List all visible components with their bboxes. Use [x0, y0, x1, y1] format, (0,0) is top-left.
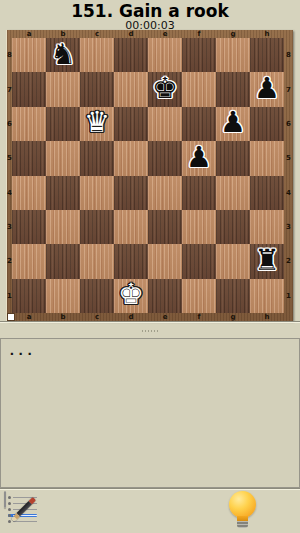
square-g4[interactable]: [216, 176, 250, 210]
page-title: 151. Gain a rook: [0, 1, 300, 21]
square-c1[interactable]: [80, 279, 114, 313]
square-a2[interactable]: [12, 244, 46, 278]
square-c6[interactable]: ♛: [80, 107, 114, 141]
square-b1[interactable]: [46, 279, 80, 313]
piece-black-pawn[interactable]: ♟: [254, 74, 280, 103]
square-d8[interactable]: [114, 38, 148, 72]
square-d2[interactable]: [114, 244, 148, 278]
rank-label-2: 2: [286, 244, 291, 278]
square-h8[interactable]: [250, 38, 284, 72]
rank-label-7: 7: [286, 72, 291, 106]
square-h5[interactable]: [250, 141, 284, 175]
square-f5[interactable]: ♟: [182, 141, 216, 175]
square-a8[interactable]: [12, 38, 46, 72]
square-g2[interactable]: [216, 244, 250, 278]
square-b6[interactable]: [46, 107, 80, 141]
move-list-panel: ...: [0, 338, 300, 488]
square-e6[interactable]: [148, 107, 182, 141]
square-d7[interactable]: [114, 72, 148, 106]
splitter-handle[interactable]: [142, 330, 158, 332]
square-e1[interactable]: [148, 279, 182, 313]
square-a5[interactable]: [12, 141, 46, 175]
square-b7[interactable]: [46, 72, 80, 106]
piece-white-queen[interactable]: ♛: [84, 108, 110, 137]
file-label-f: f: [182, 313, 216, 321]
square-f3[interactable]: [182, 210, 216, 244]
square-b8[interactable]: ♞: [46, 38, 80, 72]
file-labels-bottom: abcdefgh: [12, 313, 284, 321]
square-f4[interactable]: [182, 176, 216, 210]
square-h1[interactable]: [250, 279, 284, 313]
file-label-d: d: [114, 30, 148, 38]
square-f7[interactable]: [182, 72, 216, 106]
square-e4[interactable]: [148, 176, 182, 210]
square-a3[interactable]: [12, 210, 46, 244]
file-label-d: d: [114, 313, 148, 321]
square-c7[interactable]: [80, 72, 114, 106]
square-g8[interactable]: [216, 38, 250, 72]
file-label-g: g: [216, 313, 250, 321]
rank-label-5: 5: [286, 141, 291, 175]
file-label-a: a: [12, 313, 46, 321]
move-list-placeholder: ...: [8, 343, 34, 358]
square-d6[interactable]: [114, 107, 148, 141]
square-c4[interactable]: [80, 176, 114, 210]
piece-black-pawn[interactable]: ♟: [220, 108, 246, 137]
square-g1[interactable]: [216, 279, 250, 313]
square-e7[interactable]: ♚: [148, 72, 182, 106]
puzzle-list-button[interactable]: [4, 492, 6, 507]
file-label-c: c: [80, 313, 114, 321]
square-f8[interactable]: [182, 38, 216, 72]
square-b4[interactable]: [46, 176, 80, 210]
file-label-e: e: [148, 30, 182, 38]
square-c3[interactable]: [80, 210, 114, 244]
square-h2[interactable]: ♜: [250, 244, 284, 278]
square-h4[interactable]: [250, 176, 284, 210]
square-g7[interactable]: [216, 72, 250, 106]
rank-label-4: 4: [286, 176, 291, 210]
rank-label-3: 3: [286, 210, 291, 244]
square-a4[interactable]: [12, 176, 46, 210]
file-label-g: g: [216, 30, 250, 38]
square-f2[interactable]: [182, 244, 216, 278]
rank-label-8: 8: [286, 38, 291, 72]
square-a6[interactable]: [12, 107, 46, 141]
square-b5[interactable]: [46, 141, 80, 175]
square-g6[interactable]: ♟: [216, 107, 250, 141]
file-label-a: a: [12, 30, 46, 38]
rank-label-1: 1: [286, 279, 291, 313]
file-label-h: h: [250, 313, 284, 321]
white-to-move-indicator: [8, 314, 14, 320]
chess-board: abcdefgh abcdefgh 87654321 87654321 ♞♚♟♛…: [7, 30, 293, 321]
square-d5[interactable]: [114, 141, 148, 175]
square-c2[interactable]: [80, 244, 114, 278]
square-h7[interactable]: ♟: [250, 72, 284, 106]
square-d3[interactable]: [114, 210, 148, 244]
square-a1[interactable]: [12, 279, 46, 313]
square-g5[interactable]: [216, 141, 250, 175]
square-f1[interactable]: [182, 279, 216, 313]
square-d1[interactable]: ♚: [114, 279, 148, 313]
file-label-c: c: [80, 30, 114, 38]
piece-black-knight[interactable]: ♞: [50, 40, 76, 69]
file-label-e: e: [148, 313, 182, 321]
square-b3[interactable]: [46, 210, 80, 244]
chess-puzzle-app: 151. Gain a rook 00:00:03 abcdefgh abcde…: [0, 0, 300, 533]
square-d4[interactable]: [114, 176, 148, 210]
square-e8[interactable]: [148, 38, 182, 72]
piece-black-rook[interactable]: ♜: [254, 246, 280, 275]
square-h3[interactable]: [250, 210, 284, 244]
square-f6[interactable]: [182, 107, 216, 141]
board-grid: ♞♚♟♛♟♟♜♚: [12, 38, 284, 313]
square-e2[interactable]: [148, 244, 182, 278]
square-e3[interactable]: [148, 210, 182, 244]
piece-black-pawn[interactable]: ♟: [186, 143, 212, 172]
square-e5[interactable]: [148, 141, 182, 175]
file-label-h: h: [250, 30, 284, 38]
square-c8[interactable]: [80, 38, 114, 72]
toolbar: [0, 490, 300, 533]
square-a7[interactable]: [12, 72, 46, 106]
square-c5[interactable]: [80, 141, 114, 175]
square-h6[interactable]: [250, 107, 284, 141]
square-g3[interactable]: [216, 210, 250, 244]
list-menu-icon: [4, 491, 6, 508]
file-label-f: f: [182, 30, 216, 38]
rank-label-6: 6: [286, 107, 291, 141]
divider: [0, 321, 300, 323]
piece-white-king[interactable]: ♚: [118, 280, 144, 309]
file-label-b: b: [46, 313, 80, 321]
square-b2[interactable]: [46, 244, 80, 278]
piece-black-king[interactable]: ♚: [152, 74, 178, 103]
rank-labels-right: 87654321: [286, 38, 291, 313]
